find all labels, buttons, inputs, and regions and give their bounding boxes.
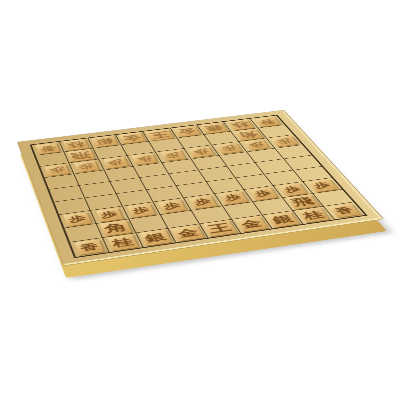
- piece-kanji: 歩: [107, 159, 125, 166]
- piece-knight-sente: 桂: [297, 207, 330, 222]
- piece-kanji: 歩: [162, 202, 182, 211]
- piece-lance-sente: 香: [75, 239, 104, 255]
- piece-kanji: 金: [122, 134, 142, 142]
- piece-kanji: 歩: [164, 152, 182, 159]
- piece-kanji: 歩: [48, 166, 66, 174]
- piece-kanji: 銀: [204, 124, 224, 132]
- piece-silver-sente: 銀: [139, 229, 171, 245]
- shogi-board: 香桂銀金玉金銀桂香飛角歩歩歩歩歩歩歩歩歩歩歩歩歩歩歩歩歩歩角飛香桂銀金王金銀桂香: [17, 110, 384, 266]
- piece-kanji: 金: [176, 227, 200, 238]
- piece-kanji: 歩: [223, 194, 243, 202]
- piece-kanji: 歩: [135, 155, 153, 162]
- piece-kanji: 歩: [192, 148, 210, 155]
- piece-kanji: 金: [177, 127, 197, 135]
- piece-kanji: 歩: [68, 215, 87, 224]
- piece-knight-sente: 桂: [107, 234, 139, 251]
- piece-lance-sente: 香: [328, 204, 360, 218]
- piece-kanji: 歩: [247, 141, 265, 148]
- piece-kanji: 歩: [77, 163, 95, 171]
- piece-kanji: 桂: [66, 141, 86, 149]
- piece-kanji: 王: [206, 222, 233, 234]
- piece-kanji: 香: [258, 118, 276, 124]
- piece-gold-sente: 金: [172, 225, 204, 241]
- piece-kanji: 香: [334, 206, 355, 215]
- piece-gold-sente: 金: [235, 216, 268, 232]
- piece-kanji: 銀: [143, 232, 167, 243]
- piece-silver-sente: 銀: [266, 212, 299, 227]
- piece-kanji: 香: [39, 145, 56, 152]
- piece-kanji: 飛: [70, 151, 92, 160]
- piece-kanji: 角: [237, 130, 260, 139]
- piece-kanji: 金: [239, 218, 263, 229]
- piece-kanji: 歩: [253, 189, 273, 197]
- piece-kanji: 銀: [94, 137, 114, 145]
- piece-kanji: 歩: [100, 210, 119, 219]
- piece-kanji: 歩: [220, 145, 238, 152]
- piece-kanji: 桂: [230, 121, 251, 129]
- piece-kanji: 桂: [301, 210, 326, 221]
- piece-kanji: 角: [103, 222, 129, 234]
- piece-kanji: 歩: [193, 198, 213, 207]
- piece-kanji: 玉: [148, 130, 170, 139]
- piece-kanji: 歩: [275, 138, 293, 145]
- piece-kanji: 歩: [283, 185, 303, 193]
- piece-kanji: 銀: [270, 214, 295, 225]
- piece-kanji: 歩: [312, 181, 332, 189]
- piece-king-sente: 王: [203, 220, 237, 236]
- piece-kanji: 桂: [111, 237, 135, 248]
- piece-kanji: 香: [79, 242, 99, 252]
- piece-kanji: 飛: [289, 196, 315, 207]
- product-photo: 香桂銀金玉金銀桂香飛角歩歩歩歩歩歩歩歩歩歩歩歩歩歩歩歩歩歩角飛香桂銀金王金銀桂香: [0, 0, 400, 400]
- piece-kanji: 歩: [131, 206, 151, 215]
